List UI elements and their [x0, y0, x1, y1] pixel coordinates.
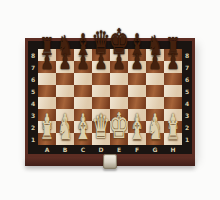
square-b4 [56, 97, 74, 109]
rank-label-4: 4 [28, 97, 38, 109]
rank-labels-right: 87654321 [182, 49, 192, 145]
square-g1: ♞ [146, 133, 164, 145]
file-label-h: H [164, 145, 182, 154]
piece-white-queen: ♛ [92, 111, 111, 144]
square-e1: ♚ [110, 133, 128, 145]
square-f6 [128, 73, 146, 85]
square-b1: ♞ [56, 133, 74, 145]
piece-black-pawn: ♟ [77, 50, 90, 72]
square-g6 [146, 73, 164, 85]
coordinate-border: 87654321 87654321 ABCDEFGH ♜♞♝♛♚♝♞♜♟♟♟♟♟… [28, 41, 192, 154]
piece-black-pawn: ♟ [149, 50, 162, 72]
square-a4 [38, 97, 56, 109]
file-label-b: B [56, 145, 74, 154]
piece-white-rook: ♜ [40, 119, 54, 144]
square-h7: ♟ [164, 61, 182, 73]
square-a7: ♟ [38, 61, 56, 73]
piece-white-bishop: ♝ [128, 115, 145, 144]
square-h5 [164, 85, 182, 97]
square-f1: ♝ [128, 133, 146, 145]
square-c5 [74, 85, 92, 97]
piece-black-pawn: ♟ [113, 50, 126, 72]
square-g4 [146, 97, 164, 109]
rank-label-7: 7 [182, 61, 192, 73]
chess-board-box: 87654321 87654321 ABCDEFGH ♜♞♝♛♚♝♞♜♟♟♟♟♟… [25, 38, 195, 157]
rank-label-4: 4 [182, 97, 192, 109]
rank-labels-left: 87654321 [28, 49, 38, 145]
square-f4 [128, 97, 146, 109]
piece-white-knight: ♞ [57, 116, 73, 144]
file-label-c: C [74, 145, 92, 154]
rank-label-6: 6 [28, 73, 38, 85]
rank-label-1: 1 [28, 133, 38, 145]
chess-set-photo: 87654321 87654321 ABCDEFGH ♜♞♝♛♚♝♞♜♟♟♟♟♟… [0, 0, 220, 200]
square-h4 [164, 97, 182, 109]
rank-label-3: 3 [28, 109, 38, 121]
piece-black-pawn: ♟ [131, 50, 144, 72]
square-e6 [110, 73, 128, 85]
square-a5 [38, 85, 56, 97]
rank-label-2: 2 [182, 121, 192, 133]
file-label-e: E [110, 145, 128, 154]
square-g7: ♟ [146, 61, 164, 73]
rank-label-8: 8 [28, 49, 38, 61]
square-b6 [56, 73, 74, 85]
file-label-d: D [92, 145, 110, 154]
piece-black-pawn: ♟ [59, 50, 72, 72]
piece-black-pawn: ♟ [167, 50, 180, 72]
square-a1: ♜ [38, 133, 56, 145]
clasp-latch-icon [103, 154, 117, 169]
rank-label-6: 6 [182, 73, 192, 85]
rank-label-8: 8 [182, 49, 192, 61]
rank-label-3: 3 [182, 109, 192, 121]
rank-label-1: 1 [182, 133, 192, 145]
square-c6 [74, 73, 92, 85]
square-g5 [146, 85, 164, 97]
square-c1: ♝ [74, 133, 92, 145]
board-squares: ♜♞♝♛♚♝♞♜♟♟♟♟♟♟♟♟♟♟♟♟♟♟♟♟♜♞♝♛♚♝♞♜ [38, 49, 182, 145]
square-d4 [92, 97, 110, 109]
piece-white-knight: ♞ [147, 116, 163, 144]
square-a6 [38, 73, 56, 85]
piece-black-pawn: ♟ [41, 50, 54, 72]
square-h6 [164, 73, 182, 85]
rank-label-7: 7 [28, 61, 38, 73]
piece-white-rook: ♜ [166, 119, 180, 144]
rank-label-2: 2 [28, 121, 38, 133]
square-e7: ♟ [110, 61, 128, 73]
square-d6 [92, 73, 110, 85]
square-b5 [56, 85, 74, 97]
square-f5 [128, 85, 146, 97]
piece-white-bishop: ♝ [74, 115, 91, 144]
rank-label-5: 5 [182, 85, 192, 97]
square-d5 [92, 85, 110, 97]
square-f7: ♟ [128, 61, 146, 73]
square-d1: ♛ [92, 133, 110, 145]
file-label-f: F [128, 145, 146, 154]
square-b7: ♟ [56, 61, 74, 73]
piece-white-king: ♚ [109, 108, 130, 144]
square-c4 [74, 97, 92, 109]
square-d7: ♟ [92, 61, 110, 73]
file-label-a: A [38, 145, 56, 154]
square-e5 [110, 85, 128, 97]
rank-label-5: 5 [28, 85, 38, 97]
square-c7: ♟ [74, 61, 92, 73]
file-label-g: G [146, 145, 164, 154]
file-labels-bottom: ABCDEFGH [38, 145, 182, 154]
piece-black-pawn: ♟ [95, 50, 108, 72]
square-h1: ♜ [164, 133, 182, 145]
